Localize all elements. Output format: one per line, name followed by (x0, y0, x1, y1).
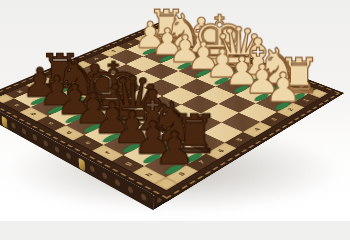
photo-scene: 87654321aabbccddeeffgghh87654321 ♟♟♟♟♟♟♟… (0, 0, 350, 221)
piece-white-pawn-h2: ♟ (247, 62, 319, 107)
chess-board: 87654321aabbccddeeffgghh87654321 ♟♟♟♟♟♟♟… (0, 22, 345, 201)
brass-clasp-icon (2, 116, 8, 129)
piece-black-pawn-h8: ♟ (134, 119, 215, 170)
brass-clasp-icon (78, 158, 85, 172)
